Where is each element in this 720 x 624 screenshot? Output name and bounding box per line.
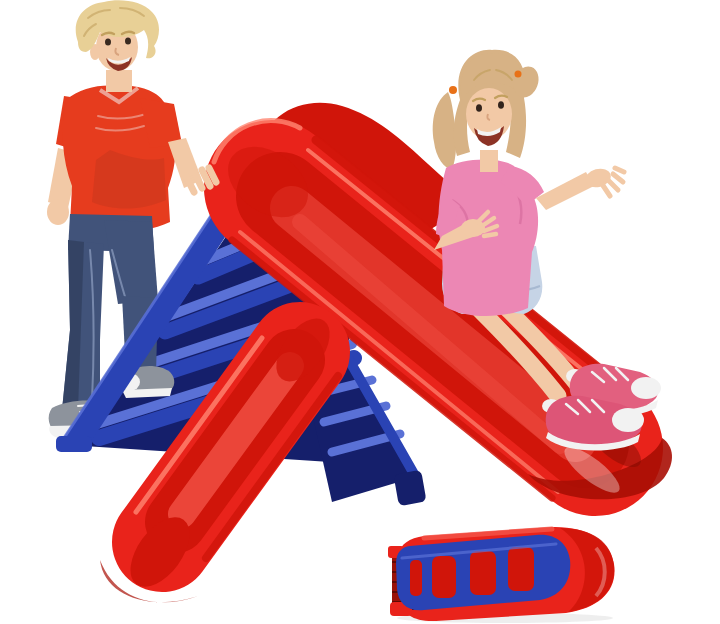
folded-ladder-window-2 <box>470 551 496 595</box>
girl-right-forearm <box>536 172 594 210</box>
scene-canvas <box>0 0 720 624</box>
boy-right-eye <box>125 37 131 44</box>
girl-right-eye <box>498 101 504 109</box>
boy-left-hand <box>47 199 69 225</box>
folded-ladder-frame <box>396 535 570 611</box>
folded-ladder-window-3 <box>508 547 534 591</box>
girl-hair-tie-left <box>449 86 457 94</box>
girl-hair-tie-right <box>515 71 522 78</box>
boy-neck <box>106 70 132 92</box>
girl-left-eye <box>476 104 482 112</box>
product-photo: Two children playing on a red and blue f… <box>0 0 720 624</box>
display-ladder-foot <box>393 470 426 506</box>
girl-neck <box>480 150 498 172</box>
boy-left-eye <box>105 38 111 45</box>
folded-slide <box>388 527 615 623</box>
ladder-foot <box>56 436 92 452</box>
girl-left-pigtail <box>433 92 456 170</box>
folded-ladder-window-slim <box>410 560 422 596</box>
boy-jeans-right-thigh <box>104 220 158 304</box>
folded-ladder-window-1 <box>432 556 456 598</box>
